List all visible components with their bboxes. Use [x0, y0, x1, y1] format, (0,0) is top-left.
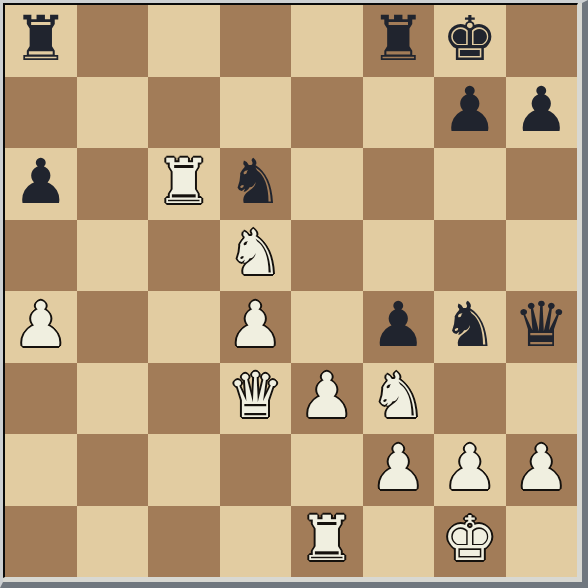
square-g6[interactable] — [434, 148, 506, 220]
white-pawn-piece[interactable]: ♟ — [299, 365, 355, 427]
square-d6[interactable]: ♞ — [220, 148, 292, 220]
square-e2[interactable] — [291, 434, 363, 506]
square-e5[interactable] — [291, 220, 363, 292]
black-knight-piece[interactable]: ♞ — [442, 294, 498, 356]
square-g3[interactable] — [434, 363, 506, 435]
square-f4[interactable]: ♟ — [363, 291, 435, 363]
chess-board-frame: ♜♜♚♟♟♟♜♞♞♟♟♟♞♛♛♟♞♟♟♟♜♚ — [0, 0, 588, 588]
square-f8[interactable]: ♜ — [363, 5, 435, 77]
black-rook-piece[interactable]: ♜ — [13, 8, 69, 70]
square-h5[interactable] — [506, 220, 578, 292]
square-c3[interactable] — [148, 363, 220, 435]
square-g5[interactable] — [434, 220, 506, 292]
square-b2[interactable] — [77, 434, 149, 506]
square-g4[interactable]: ♞ — [434, 291, 506, 363]
square-f6[interactable] — [363, 148, 435, 220]
square-e8[interactable] — [291, 5, 363, 77]
square-d4[interactable]: ♟ — [220, 291, 292, 363]
square-e6[interactable] — [291, 148, 363, 220]
white-pawn-piece[interactable]: ♟ — [227, 294, 283, 356]
square-b6[interactable] — [77, 148, 149, 220]
square-a8[interactable]: ♜ — [5, 5, 77, 77]
square-c6[interactable]: ♜ — [148, 148, 220, 220]
white-pawn-piece[interactable]: ♟ — [513, 437, 569, 499]
square-d7[interactable] — [220, 77, 292, 149]
square-c5[interactable] — [148, 220, 220, 292]
square-f3[interactable]: ♞ — [363, 363, 435, 435]
square-b8[interactable] — [77, 5, 149, 77]
square-e7[interactable] — [291, 77, 363, 149]
square-h4[interactable]: ♛ — [506, 291, 578, 363]
white-king-piece[interactable]: ♚ — [442, 508, 498, 570]
black-pawn-piece[interactable]: ♟ — [13, 151, 69, 213]
square-f5[interactable] — [363, 220, 435, 292]
square-e4[interactable] — [291, 291, 363, 363]
square-a1[interactable] — [5, 506, 77, 578]
square-f2[interactable]: ♟ — [363, 434, 435, 506]
white-knight-piece[interactable]: ♞ — [370, 365, 426, 427]
square-g1[interactable]: ♚ — [434, 506, 506, 578]
square-g2[interactable]: ♟ — [434, 434, 506, 506]
square-c7[interactable] — [148, 77, 220, 149]
square-e1[interactable]: ♜ — [291, 506, 363, 578]
square-a4[interactable]: ♟ — [5, 291, 77, 363]
black-pawn-piece[interactable]: ♟ — [513, 79, 569, 141]
square-a6[interactable]: ♟ — [5, 148, 77, 220]
black-rook-piece[interactable]: ♜ — [370, 8, 426, 70]
white-pawn-piece[interactable]: ♟ — [370, 437, 426, 499]
square-e3[interactable]: ♟ — [291, 363, 363, 435]
white-rook-piece[interactable]: ♜ — [156, 151, 212, 213]
square-h7[interactable]: ♟ — [506, 77, 578, 149]
square-d1[interactable] — [220, 506, 292, 578]
square-b3[interactable] — [77, 363, 149, 435]
square-h3[interactable] — [506, 363, 578, 435]
square-b4[interactable] — [77, 291, 149, 363]
square-h1[interactable] — [506, 506, 578, 578]
square-b5[interactable] — [77, 220, 149, 292]
square-a5[interactable] — [5, 220, 77, 292]
white-pawn-piece[interactable]: ♟ — [13, 294, 69, 356]
square-a2[interactable] — [5, 434, 77, 506]
square-d2[interactable] — [220, 434, 292, 506]
black-king-piece[interactable]: ♚ — [442, 8, 498, 70]
square-f1[interactable] — [363, 506, 435, 578]
white-queen-piece[interactable]: ♛ — [227, 365, 283, 427]
white-knight-piece[interactable]: ♞ — [227, 222, 283, 284]
square-f7[interactable] — [363, 77, 435, 149]
black-queen-piece[interactable]: ♛ — [513, 294, 569, 356]
square-c2[interactable] — [148, 434, 220, 506]
square-d8[interactable] — [220, 5, 292, 77]
square-h8[interactable] — [506, 5, 578, 77]
square-h6[interactable] — [506, 148, 578, 220]
white-pawn-piece[interactable]: ♟ — [442, 437, 498, 499]
square-a7[interactable] — [5, 77, 77, 149]
square-c1[interactable] — [148, 506, 220, 578]
square-h2[interactable]: ♟ — [506, 434, 578, 506]
square-c4[interactable] — [148, 291, 220, 363]
square-d3[interactable]: ♛ — [220, 363, 292, 435]
square-d5[interactable]: ♞ — [220, 220, 292, 292]
square-a3[interactable] — [5, 363, 77, 435]
black-pawn-piece[interactable]: ♟ — [442, 79, 498, 141]
square-c8[interactable] — [148, 5, 220, 77]
black-knight-piece[interactable]: ♞ — [227, 151, 283, 213]
square-b7[interactable] — [77, 77, 149, 149]
square-g7[interactable]: ♟ — [434, 77, 506, 149]
square-g8[interactable]: ♚ — [434, 5, 506, 77]
black-pawn-piece[interactable]: ♟ — [370, 294, 426, 356]
white-rook-piece[interactable]: ♜ — [299, 508, 355, 570]
chess-board: ♜♜♚♟♟♟♜♞♞♟♟♟♞♛♛♟♞♟♟♟♜♚ — [3, 3, 578, 578]
square-b1[interactable] — [77, 506, 149, 578]
